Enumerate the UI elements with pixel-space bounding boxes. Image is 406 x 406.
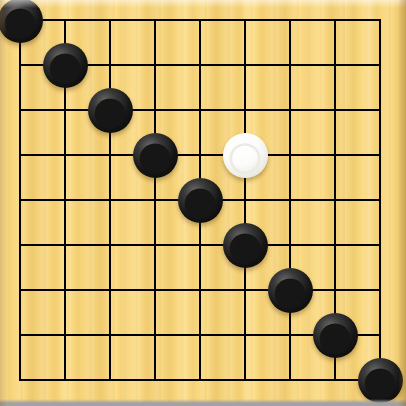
intersection[interactable] — [178, 88, 223, 133]
intersection[interactable] — [178, 268, 223, 313]
stone-white: ○ — [223, 133, 268, 178]
intersection[interactable] — [268, 88, 313, 133]
intersection[interactable] — [358, 43, 403, 88]
intersection[interactable]: ● — [358, 358, 403, 403]
intersection[interactable]: ● — [0, 0, 43, 43]
black-stone-glyph: ● — [228, 223, 263, 268]
intersection[interactable] — [133, 178, 178, 223]
stone-black: ● — [0, 0, 43, 43]
stone-black: ● — [43, 43, 88, 88]
intersection[interactable] — [313, 268, 358, 313]
intersection[interactable] — [43, 133, 88, 178]
intersection[interactable]: ● — [88, 88, 133, 133]
stone-black: ● — [358, 358, 403, 403]
stone-black: ● — [268, 268, 313, 313]
white-stone-glyph: ○ — [228, 133, 263, 178]
stone-black: ● — [223, 223, 268, 268]
intersection[interactable] — [43, 223, 88, 268]
black-stone-glyph: ● — [318, 313, 353, 358]
intersection[interactable] — [178, 0, 223, 43]
intersection[interactable] — [268, 313, 313, 358]
intersection[interactable] — [223, 0, 268, 43]
intersection[interactable] — [223, 43, 268, 88]
intersection[interactable] — [88, 178, 133, 223]
intersection[interactable] — [178, 43, 223, 88]
intersection[interactable] — [223, 268, 268, 313]
intersection[interactable] — [88, 0, 133, 43]
intersection[interactable]: ● — [223, 223, 268, 268]
stone-black: ● — [133, 133, 178, 178]
black-stone-glyph: ● — [273, 268, 308, 313]
stone-black: ● — [178, 178, 223, 223]
intersection[interactable] — [88, 358, 133, 403]
intersection[interactable] — [358, 133, 403, 178]
intersection[interactable] — [88, 223, 133, 268]
intersection[interactable] — [88, 268, 133, 313]
intersection[interactable]: ● — [43, 43, 88, 88]
intersection[interactable] — [88, 133, 133, 178]
black-stone-glyph: ● — [48, 43, 83, 88]
intersection[interactable] — [0, 88, 43, 133]
intersection[interactable] — [223, 358, 268, 403]
intersection[interactable] — [358, 223, 403, 268]
intersection[interactable] — [178, 313, 223, 358]
intersection[interactable] — [178, 223, 223, 268]
intersection[interactable] — [178, 133, 223, 178]
intersection[interactable] — [358, 313, 403, 358]
intersection[interactable] — [133, 88, 178, 133]
intersection[interactable]: ○ — [223, 133, 268, 178]
intersection[interactable] — [313, 88, 358, 133]
intersection[interactable] — [133, 43, 178, 88]
intersection[interactable] — [0, 223, 43, 268]
intersection[interactable] — [0, 268, 43, 313]
intersection[interactable] — [0, 313, 43, 358]
intersection[interactable] — [313, 178, 358, 223]
intersection[interactable] — [223, 178, 268, 223]
intersection[interactable] — [88, 43, 133, 88]
intersection[interactable] — [133, 313, 178, 358]
intersection[interactable] — [358, 0, 403, 43]
intersection[interactable] — [268, 358, 313, 403]
intersection[interactable] — [313, 358, 358, 403]
stone-black: ● — [88, 88, 133, 133]
intersection[interactable] — [133, 358, 178, 403]
go-board: ●●●●○●●●●● — [0, 0, 406, 406]
intersection[interactable]: ● — [178, 178, 223, 223]
intersection[interactable] — [358, 268, 403, 313]
intersection[interactable] — [313, 0, 358, 43]
intersection[interactable]: ● — [133, 133, 178, 178]
intersection[interactable] — [358, 178, 403, 223]
black-stone-glyph: ● — [138, 133, 173, 178]
intersection[interactable] — [43, 358, 88, 403]
intersection[interactable] — [313, 133, 358, 178]
intersection[interactable] — [178, 358, 223, 403]
intersection[interactable] — [268, 0, 313, 43]
intersection[interactable] — [133, 223, 178, 268]
black-stone-glyph: ● — [3, 0, 38, 43]
intersection[interactable] — [268, 178, 313, 223]
intersection[interactable] — [43, 313, 88, 358]
intersection[interactable] — [0, 133, 43, 178]
intersection[interactable]: ● — [268, 268, 313, 313]
intersection[interactable] — [133, 268, 178, 313]
intersection[interactable] — [133, 0, 178, 43]
intersection[interactable] — [0, 43, 43, 88]
intersection[interactable] — [223, 313, 268, 358]
intersection[interactable] — [313, 223, 358, 268]
intersection[interactable]: ● — [313, 313, 358, 358]
intersection[interactable] — [358, 88, 403, 133]
intersection[interactable] — [0, 178, 43, 223]
intersection[interactable] — [268, 223, 313, 268]
intersection[interactable] — [223, 88, 268, 133]
black-stone-glyph: ● — [183, 178, 218, 223]
intersection[interactable] — [43, 0, 88, 43]
intersection[interactable] — [43, 178, 88, 223]
intersection[interactable] — [43, 268, 88, 313]
intersection[interactable] — [88, 313, 133, 358]
black-stone-glyph: ● — [93, 88, 128, 133]
intersection[interactable] — [268, 133, 313, 178]
intersection[interactable] — [313, 43, 358, 88]
intersection[interactable] — [43, 88, 88, 133]
black-stone-glyph: ● — [363, 358, 398, 403]
intersection[interactable] — [268, 43, 313, 88]
stone-black: ● — [313, 313, 358, 358]
points-grid: ●●●●○●●●●● — [0, 0, 403, 403]
intersection[interactable] — [0, 358, 43, 403]
